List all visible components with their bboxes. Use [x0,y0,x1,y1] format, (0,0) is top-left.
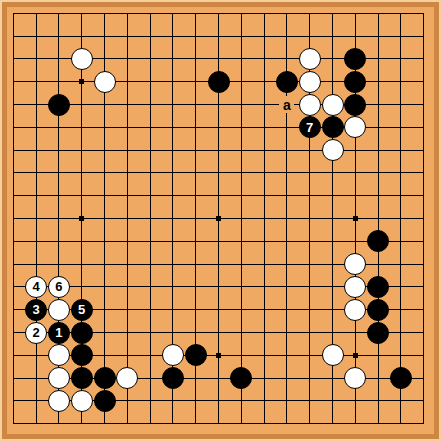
grid-line-horizontal [13,241,424,242]
black-stone [48,94,70,116]
black-stone [344,71,366,93]
star-point [79,216,84,221]
grid-line-vertical [378,13,379,424]
white-stone: 6 [48,276,70,298]
grid-line-vertical [423,13,424,424]
grid-line-vertical [400,13,401,424]
move-number: 6 [55,280,62,293]
move-number: 2 [32,326,39,339]
star-point [216,353,221,358]
white-stone [94,71,116,93]
white-stone [322,344,344,366]
black-stone [162,367,184,389]
white-stone [322,94,344,116]
black-stone: 3 [25,299,47,321]
black-stone [185,344,207,366]
point-label-a: a [279,96,294,113]
star-point [353,216,358,221]
grid-line-vertical [241,13,242,424]
black-stone [390,367,412,389]
white-stone [48,367,70,389]
black-stone [367,299,389,321]
move-number: 7 [306,121,313,134]
black-stone [208,71,230,93]
white-stone [299,94,321,116]
black-stone [71,367,93,389]
black-stone [367,276,389,298]
white-stone [48,390,70,412]
move-number: 4 [32,280,39,293]
black-stone [322,116,344,138]
star-point [353,353,358,358]
grid-line-vertical [264,13,265,424]
white-stone [344,299,366,321]
white-stone [71,390,93,412]
white-stone: 4 [25,276,47,298]
white-stone [71,48,93,70]
white-stone [48,299,70,321]
black-stone [94,367,116,389]
black-stone: 5 [71,299,93,321]
move-number: 5 [78,303,85,316]
white-stone [299,48,321,70]
black-stone [344,94,366,116]
black-stone [276,71,298,93]
white-stone: 2 [25,322,47,344]
move-number: 3 [32,303,39,316]
black-stone [71,344,93,366]
black-stone [367,322,389,344]
star-point [79,79,84,84]
grid-line-horizontal [13,423,424,424]
black-stone [71,322,93,344]
star-point [216,216,221,221]
white-stone [322,139,344,161]
go-board-frame: 7463521a [0,0,441,441]
move-number: 1 [55,326,62,339]
white-stone [299,71,321,93]
black-stone: 7 [299,116,321,138]
black-stone [94,390,116,412]
black-stone: 1 [48,322,70,344]
